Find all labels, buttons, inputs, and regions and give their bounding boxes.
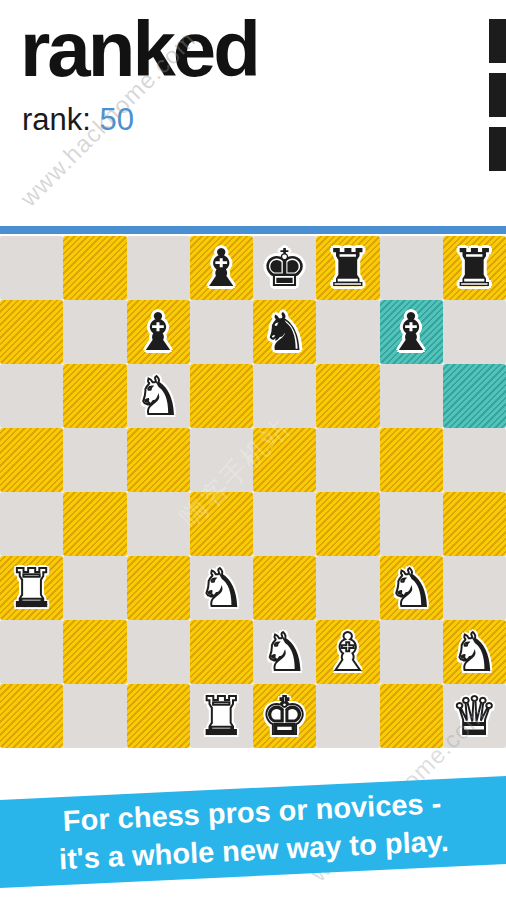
white-rook[interactable]: ♜ (8, 556, 55, 620)
square-d2[interactable] (190, 620, 253, 684)
square-g4[interactable] (380, 492, 443, 556)
square-a6[interactable] (0, 364, 63, 428)
square-h5[interactable] (443, 428, 506, 492)
square-d6[interactable] (190, 364, 253, 428)
menu-bar (489, 73, 506, 117)
square-b3[interactable] (63, 556, 126, 620)
square-c5[interactable] (127, 428, 190, 492)
black-bishop[interactable]: ♝ (135, 300, 182, 364)
square-b6[interactable] (63, 364, 126, 428)
square-d7[interactable] (190, 300, 253, 364)
square-b2[interactable] (63, 620, 126, 684)
square-a2[interactable] (0, 620, 63, 684)
white-knight[interactable]: ♞ (261, 620, 308, 684)
hamburger-menu-icon[interactable] (489, 19, 506, 181)
square-c6[interactable]: ♞ (127, 364, 190, 428)
square-g7[interactable]: ♝ (380, 300, 443, 364)
square-c2[interactable] (127, 620, 190, 684)
square-a3[interactable]: ♜ (0, 556, 63, 620)
square-c7[interactable]: ♝ (127, 300, 190, 364)
square-f7[interactable] (316, 300, 379, 364)
square-e1[interactable]: ♚ (253, 684, 316, 748)
square-d1[interactable]: ♜ (190, 684, 253, 748)
square-c3[interactable] (127, 556, 190, 620)
white-knight[interactable]: ♞ (198, 556, 245, 620)
square-h1[interactable]: ♛ (443, 684, 506, 748)
square-b7[interactable] (63, 300, 126, 364)
square-a7[interactable] (0, 300, 63, 364)
square-e7[interactable]: ♞ (253, 300, 316, 364)
square-d4[interactable] (190, 492, 253, 556)
white-knight[interactable]: ♞ (388, 556, 435, 620)
square-c4[interactable] (127, 492, 190, 556)
square-f5[interactable] (316, 428, 379, 492)
square-h7[interactable] (443, 300, 506, 364)
white-queen[interactable]: ♛ (451, 684, 498, 748)
square-c1[interactable] (127, 684, 190, 748)
square-d5[interactable] (190, 428, 253, 492)
white-bishop[interactable]: ♝ (325, 620, 372, 684)
promo-banner: For chess pros or novices - it's a whole… (0, 776, 506, 889)
black-rook[interactable]: ♜ (325, 236, 372, 300)
square-e8[interactable]: ♚ (253, 236, 316, 300)
square-g5[interactable] (380, 428, 443, 492)
white-king[interactable]: ♚ (261, 684, 308, 748)
square-d3[interactable]: ♞ (190, 556, 253, 620)
square-e3[interactable] (253, 556, 316, 620)
square-a1[interactable] (0, 684, 63, 748)
black-king[interactable]: ♚ (261, 236, 308, 300)
square-b8[interactable] (63, 236, 126, 300)
square-e4[interactable] (253, 492, 316, 556)
menu-bar (489, 127, 506, 171)
square-b1[interactable] (63, 684, 126, 748)
square-f3[interactable] (316, 556, 379, 620)
square-h8[interactable]: ♜ (443, 236, 506, 300)
white-rook[interactable]: ♜ (198, 684, 245, 748)
square-e2[interactable]: ♞ (253, 620, 316, 684)
square-e6[interactable] (253, 364, 316, 428)
square-a5[interactable] (0, 428, 63, 492)
square-a8[interactable] (0, 236, 63, 300)
square-g8[interactable] (380, 236, 443, 300)
white-knight[interactable]: ♞ (135, 364, 182, 428)
square-h4[interactable] (443, 492, 506, 556)
black-knight[interactable]: ♞ (261, 300, 308, 364)
square-f6[interactable] (316, 364, 379, 428)
rank-value: 50 (100, 102, 134, 137)
square-g1[interactable] (380, 684, 443, 748)
square-b4[interactable] (63, 492, 126, 556)
square-g3[interactable]: ♞ (380, 556, 443, 620)
square-f4[interactable] (316, 492, 379, 556)
header-divider (0, 226, 506, 234)
square-c8[interactable] (127, 236, 190, 300)
white-knight[interactable]: ♞ (451, 620, 498, 684)
square-g2[interactable] (380, 620, 443, 684)
menu-bar (489, 19, 506, 63)
rank-line: rank: 50 (22, 102, 134, 138)
square-h6[interactable] (443, 364, 506, 428)
chess-board: ♝♚♜♜♝♞♝♞♜♞♞♞♝♞♜♚♛ (0, 236, 506, 748)
black-bishop[interactable]: ♝ (198, 236, 245, 300)
black-bishop[interactable]: ♝ (388, 300, 435, 364)
square-f1[interactable] (316, 684, 379, 748)
square-h2[interactable]: ♞ (443, 620, 506, 684)
square-b5[interactable] (63, 428, 126, 492)
square-g6[interactable] (380, 364, 443, 428)
rank-label: rank: (22, 102, 100, 137)
square-f2[interactable]: ♝ (316, 620, 379, 684)
black-rook[interactable]: ♜ (451, 236, 498, 300)
square-h3[interactable] (443, 556, 506, 620)
square-a4[interactable] (0, 492, 63, 556)
square-e5[interactable] (253, 428, 316, 492)
square-d8[interactable]: ♝ (190, 236, 253, 300)
square-f8[interactable]: ♜ (316, 236, 379, 300)
page-title: ranked (20, 10, 258, 88)
